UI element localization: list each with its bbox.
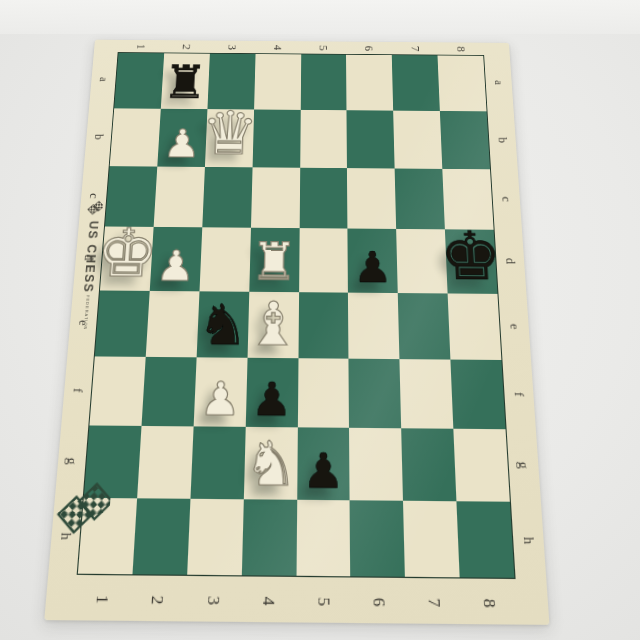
- square-b4[interactable]: [252, 110, 300, 168]
- us-chess-crown-logo: [51, 479, 112, 543]
- square-f8[interactable]: [451, 359, 506, 429]
- black-king-d8[interactable]: ♚: [438, 222, 503, 289]
- square-d5[interactable]: [299, 228, 349, 292]
- square-e4[interactable]: ♝: [247, 291, 298, 358]
- white-pawn-b2[interactable]: ♟: [162, 125, 201, 164]
- square-a1[interactable]: [114, 53, 164, 109]
- rank-label-top-3: 3: [209, 41, 255, 54]
- square-d1[interactable]: ♚: [100, 227, 153, 291]
- rank-label-top-8: 8: [438, 42, 484, 55]
- square-g3[interactable]: [190, 426, 245, 499]
- rank-label-top-4: 4: [255, 41, 301, 54]
- square-d8[interactable]: ♚: [445, 230, 497, 294]
- black-knight-e3[interactable]: ♞: [196, 297, 249, 353]
- square-h6[interactable]: [350, 500, 405, 577]
- square-b1[interactable]: [110, 108, 161, 166]
- white-knight-g4[interactable]: ♞: [243, 433, 297, 495]
- square-a6[interactable]: [346, 55, 393, 111]
- square-e3[interactable]: ♞: [196, 291, 249, 358]
- rank-label-bottom-3: 3: [184, 578, 241, 622]
- square-c5[interactable]: [299, 168, 348, 229]
- square-b3[interactable]: ♛: [205, 109, 254, 167]
- square-h7[interactable]: [403, 501, 460, 578]
- square-c4[interactable]: [251, 168, 300, 229]
- file-label-right-a: a: [484, 55, 514, 111]
- chess-mat: 12345678 12345678 abcdefgh abcdefgh ♜♟♛♚…: [44, 40, 549, 625]
- square-h4[interactable]: [241, 499, 296, 576]
- square-c3[interactable]: [202, 167, 252, 228]
- white-bishop-e4[interactable]: ♝: [245, 293, 300, 353]
- square-g5[interactable]: ♟: [297, 427, 350, 500]
- square-d6[interactable]: ♟: [348, 229, 398, 293]
- file-label-right-e: e: [498, 293, 531, 360]
- rank-label-bottom-2: 2: [129, 578, 186, 622]
- table-background: 12345678 12345678 abcdefgh abcdefgh ♜♟♛♚…: [0, 0, 640, 640]
- square-h8[interactable]: [457, 501, 515, 578]
- file-label-right-f: f: [502, 360, 535, 430]
- square-h2[interactable]: [132, 498, 190, 575]
- square-f5[interactable]: [297, 358, 349, 428]
- square-b7[interactable]: [393, 111, 442, 169]
- rank-label-top-2: 2: [163, 40, 209, 53]
- square-f7[interactable]: [400, 359, 454, 429]
- white-pawn-d2[interactable]: ♟: [155, 244, 196, 287]
- white-pawn-f3[interactable]: ♟: [199, 376, 241, 423]
- rank-label-bottom-4: 4: [240, 579, 296, 623]
- square-a7[interactable]: [392, 55, 440, 111]
- rank-label-top-1: 1: [118, 40, 165, 53]
- square-b5[interactable]: [300, 110, 348, 168]
- square-h3[interactable]: [187, 499, 244, 576]
- file-label-right-b: b: [487, 111, 517, 169]
- square-f6[interactable]: [349, 358, 402, 428]
- federation-subtext: FEDERATION: [82, 295, 90, 330]
- rank-label-bottom-8: 8: [461, 581, 519, 625]
- square-e8[interactable]: [448, 293, 502, 360]
- rank-label-top-7: 7: [392, 42, 438, 55]
- square-e6[interactable]: [348, 292, 399, 359]
- square-f1[interactable]: [89, 356, 145, 426]
- chess-board: ♜♟♛♚♟♜♟♚♞♝♟♟♞♟: [77, 52, 516, 579]
- rank-label-bottom-5: 5: [296, 579, 352, 623]
- square-g8[interactable]: [453, 428, 509, 501]
- square-b8[interactable]: [440, 111, 490, 169]
- square-a4[interactable]: [254, 54, 301, 110]
- rank-label-bottom-7: 7: [406, 580, 463, 624]
- square-d4[interactable]: ♜: [249, 228, 299, 292]
- rank-label-bottom-1: 1: [73, 577, 131, 621]
- square-f3[interactable]: ♟: [193, 357, 247, 427]
- square-e2[interactable]: [146, 290, 200, 357]
- square-a8[interactable]: [438, 55, 487, 111]
- square-e1[interactable]: [95, 290, 150, 356]
- rank-label-top-5: 5: [301, 41, 347, 54]
- white-queen-b3[interactable]: ♛: [200, 104, 259, 164]
- file-label-right-g: g: [507, 429, 541, 502]
- file-label-right-h: h: [511, 502, 546, 579]
- rank-label-bottom-6: 6: [351, 580, 407, 624]
- square-e5[interactable]: [298, 292, 349, 359]
- square-c2[interactable]: [153, 167, 204, 228]
- square-f4[interactable]: ♟: [245, 357, 298, 427]
- square-e7[interactable]: [398, 293, 451, 360]
- square-d3[interactable]: [199, 228, 250, 292]
- black-pawn-f4[interactable]: ♟: [251, 376, 293, 423]
- white-king-d1[interactable]: ♚: [94, 219, 160, 286]
- square-g4[interactable]: ♞: [243, 427, 297, 500]
- square-g2[interactable]: [137, 426, 193, 499]
- black-pawn-g5[interactable]: ♟: [302, 447, 344, 496]
- square-g6[interactable]: [349, 428, 403, 501]
- black-pawn-d6[interactable]: ♟: [353, 246, 393, 289]
- white-rook-d4[interactable]: ♜: [250, 236, 299, 288]
- rank-labels-bottom: 12345678: [73, 577, 518, 624]
- square-g7[interactable]: [401, 428, 456, 501]
- rank-label-top-6: 6: [347, 42, 393, 55]
- square-f2[interactable]: [141, 357, 196, 427]
- square-b6[interactable]: [347, 110, 395, 168]
- square-a5[interactable]: [300, 54, 347, 110]
- square-h5[interactable]: [296, 500, 351, 577]
- square-c6[interactable]: [347, 168, 396, 229]
